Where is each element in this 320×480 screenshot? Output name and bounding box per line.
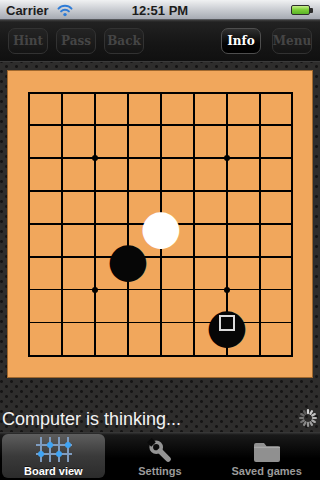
pass-button[interactable]: Pass [56, 28, 96, 54]
menu-button[interactable]: Menu [272, 28, 312, 54]
star-point [211, 142, 244, 175]
hint-button[interactable]: Hint [8, 28, 48, 54]
clock: 12:51 PM [0, 3, 320, 18]
star-point [79, 142, 112, 175]
status-message: Computer is thinking... [2, 407, 292, 431]
tab-board-view-label: Board view [24, 465, 83, 477]
back-button[interactable]: Back [104, 28, 144, 54]
tab-bar: Board view Settings Saved games [0, 432, 320, 480]
battery-icon [291, 5, 315, 16]
activity-spinner-icon [298, 408, 318, 428]
tab-saved-games[interactable]: Saved games [213, 432, 320, 480]
tab-settings-label: Settings [138, 465, 181, 477]
go-board-icon [33, 435, 73, 464]
last-move-marker [219, 315, 235, 331]
tab-board-view[interactable]: Board view [0, 432, 107, 480]
tab-settings[interactable]: Settings [107, 432, 214, 480]
black-stone-G2: ● [211, 307, 244, 340]
white-stone-E5: ● [145, 208, 178, 241]
stones-grid[interactable]: ●●● [13, 76, 310, 373]
folder-icon [251, 439, 283, 464]
black-stone-D4: ● [112, 241, 145, 274]
info-button[interactable]: Info [221, 28, 261, 54]
status-bar: Carrier 12:51 PM [0, 0, 320, 20]
go-board[interactable]: ●●● [7, 70, 313, 378]
tab-saved-games-label: Saved games [231, 465, 301, 477]
toolbar: Hint Pass Back Info Menu [0, 20, 320, 62]
app-screen: Carrier 12:51 PM Hint Pass Back Info Men… [0, 0, 320, 480]
wrench-icon [147, 438, 173, 464]
